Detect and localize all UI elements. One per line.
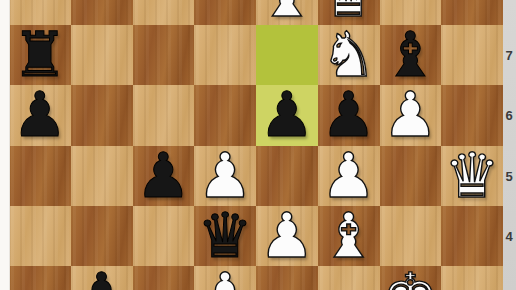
square-g5[interactable]: [380, 146, 442, 206]
square-d7[interactable]: [194, 25, 256, 85]
square-b7[interactable]: [71, 25, 133, 85]
square-d5[interactable]: ♟: [194, 146, 256, 206]
square-e5[interactable]: [256, 146, 318, 206]
square-e4[interactable]: ♟: [256, 206, 318, 266]
piece-black-pawn[interactable]: ♟: [12, 85, 68, 145]
chessboard: ♝♛♜♞♝♟♟♟♟♟♟♟♛♛♟♝♟♟♚: [9, 0, 503, 290]
square-h4[interactable]: [441, 206, 503, 266]
square-e8[interactable]: ♝: [256, 0, 318, 25]
piece-white-bishop[interactable]: ♝: [321, 206, 377, 266]
square-f6[interactable]: ♟: [318, 85, 380, 145]
square-a3[interactable]: [9, 266, 71, 290]
piece-black-pawn[interactable]: ♟: [259, 85, 315, 145]
piece-black-bishop[interactable]: ♝: [383, 25, 439, 85]
square-e7[interactable]: [256, 25, 318, 85]
piece-white-bishop[interactable]: ♝: [259, 0, 315, 25]
square-c8[interactable]: [133, 0, 195, 25]
square-f7[interactable]: ♞: [318, 25, 380, 85]
square-a6[interactable]: ♟: [9, 85, 71, 145]
square-c7[interactable]: [133, 25, 195, 85]
square-f4[interactable]: ♝: [318, 206, 380, 266]
square-d8[interactable]: [194, 0, 256, 25]
square-h7[interactable]: [441, 25, 503, 85]
square-a4[interactable]: [9, 206, 71, 266]
chess-board-screenshot: ♝♛♜♞♝♟♟♟♟♟♟♟♛♛♟♝♟♟♚ 87654: [0, 0, 516, 290]
rank-coordinate-strip: 87654: [503, 0, 516, 290]
piece-white-knight[interactable]: ♞: [321, 25, 377, 85]
rank-label-6: 6: [503, 108, 515, 123]
square-h5[interactable]: ♛: [441, 146, 503, 206]
piece-white-pawn[interactable]: ♟: [197, 266, 253, 290]
piece-white-pawn[interactable]: ♟: [197, 146, 253, 206]
square-f5[interactable]: ♟: [318, 146, 380, 206]
square-g3[interactable]: ♚: [380, 266, 442, 290]
piece-white-pawn[interactable]: ♟: [259, 206, 315, 266]
piece-black-pawn[interactable]: ♟: [321, 85, 377, 145]
square-a5[interactable]: [9, 146, 71, 206]
square-e6[interactable]: ♟: [256, 85, 318, 145]
square-d4[interactable]: ♛: [194, 206, 256, 266]
piece-white-queen[interactable]: ♛: [444, 146, 500, 206]
square-c4[interactable]: [133, 206, 195, 266]
piece-black-rook[interactable]: ♜: [12, 25, 68, 85]
square-a7[interactable]: ♜: [9, 25, 71, 85]
piece-white-king[interactable]: ♚: [383, 266, 439, 290]
square-b3[interactable]: ♟: [71, 266, 133, 290]
board-left-margin: [0, 0, 10, 290]
square-c3[interactable]: [133, 266, 195, 290]
piece-black-pawn[interactable]: ♟: [74, 266, 130, 290]
square-d6[interactable]: [194, 85, 256, 145]
piece-white-pawn[interactable]: ♟: [321, 146, 377, 206]
square-g7[interactable]: ♝: [380, 25, 442, 85]
rank-label-7: 7: [503, 48, 515, 63]
piece-white-pawn[interactable]: ♟: [383, 85, 439, 145]
square-d3[interactable]: ♟: [194, 266, 256, 290]
piece-black-pawn[interactable]: ♟: [136, 146, 192, 206]
square-b6[interactable]: [71, 85, 133, 145]
square-b8[interactable]: [71, 0, 133, 25]
square-c5[interactable]: ♟: [133, 146, 195, 206]
rank-label-4: 4: [503, 228, 515, 243]
piece-black-queen[interactable]: ♛: [197, 206, 253, 266]
square-g6[interactable]: ♟: [380, 85, 442, 145]
square-g4[interactable]: [380, 206, 442, 266]
square-c6[interactable]: [133, 85, 195, 145]
square-b5[interactable]: [71, 146, 133, 206]
square-h3[interactable]: [441, 266, 503, 290]
square-b4[interactable]: [71, 206, 133, 266]
square-h8[interactable]: [441, 0, 503, 25]
rank-label-8: 8: [503, 0, 515, 2]
rank-label-5: 5: [503, 168, 515, 183]
square-h6[interactable]: [441, 85, 503, 145]
